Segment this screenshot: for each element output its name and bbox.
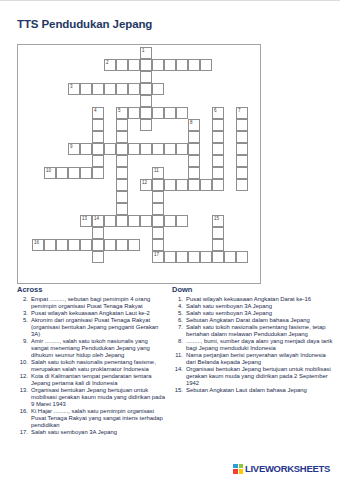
grid-cell[interactable] <box>116 239 128 251</box>
grid-cell[interactable] <box>104 239 116 251</box>
clue-text: Nama perjanjian berisi penyerahan wilaya… <box>186 352 334 366</box>
grid-cell[interactable] <box>212 227 224 239</box>
grid-cell[interactable] <box>176 59 188 71</box>
grid-cell[interactable] <box>212 239 224 251</box>
cell-number: 13 <box>82 216 87 221</box>
liveworksheets-logo-text: LIVEWORKSHEETS <box>245 463 330 474</box>
clue-text: Pusat wilayah kekuasaan Angkatan Laut ke… <box>31 310 167 317</box>
grid-cell[interactable] <box>140 119 152 131</box>
clue-text: Sebutan Angkatan Darat dalam bahasa Jepa… <box>186 317 334 324</box>
grid-cell[interactable] <box>212 155 224 167</box>
cell-number: 7 <box>238 108 241 113</box>
cell-number: 6 <box>214 108 217 113</box>
clue-number: 6. <box>172 317 186 324</box>
grid-cell[interactable] <box>128 107 140 119</box>
cell-number: 4 <box>94 108 97 113</box>
cell-number: 10 <box>46 168 51 173</box>
grid-cell[interactable]: 8 <box>188 119 200 131</box>
grid-cell[interactable] <box>152 143 164 155</box>
cell-number: 8 <box>190 120 193 125</box>
clue-text: Pusat wilayah kekuasaan Angkatan Darat k… <box>186 296 334 303</box>
grid-cell[interactable] <box>140 83 152 95</box>
grid-cell[interactable]: 6 <box>212 107 224 119</box>
grid-cell[interactable] <box>68 167 80 179</box>
clue-number: 8. <box>172 338 186 352</box>
grid-cell[interactable] <box>164 107 176 119</box>
grid-cell[interactable] <box>92 83 104 95</box>
grid-cell[interactable] <box>44 239 56 251</box>
grid-cell[interactable] <box>200 251 212 263</box>
clue-number: 16. <box>17 408 31 429</box>
clue-text: Organisasi bentukan Jepang bertujuan unt… <box>186 366 334 387</box>
clue-number: 11. <box>172 352 186 366</box>
clue-item: 15.Sebutan Angkatan Laut dalam bahasa Je… <box>172 387 334 394</box>
grid-cell[interactable]: 4 <box>92 107 104 119</box>
grid-cell[interactable]: 16 <box>32 239 44 251</box>
grid-cell[interactable] <box>164 59 176 71</box>
grid-cell[interactable] <box>164 215 176 227</box>
grid-cell[interactable] <box>116 119 128 131</box>
clue-number: 15. <box>172 387 186 394</box>
grid-cell[interactable]: 17 <box>152 251 164 263</box>
clue-item: 8.........., bumi, sumber daya alam yang… <box>172 338 334 352</box>
grid-cell[interactable]: 3 <box>68 83 80 95</box>
grid-cell[interactable] <box>140 95 152 107</box>
clue-number: 12. <box>17 373 31 387</box>
clue-number: 1. <box>172 296 186 303</box>
grid-cell[interactable] <box>164 143 176 155</box>
grid-cell[interactable] <box>116 155 128 167</box>
grid-cell[interactable]: 15 <box>212 215 224 227</box>
grid-cell[interactable] <box>236 119 248 131</box>
grid-cell[interactable] <box>104 215 116 227</box>
grid-cell[interactable] <box>152 239 164 251</box>
logo-square <box>239 469 244 474</box>
grid-cell[interactable] <box>116 59 128 71</box>
clue-item: 2.Empat ........., sebutan bagi pemimpin… <box>17 296 167 310</box>
grid-cell[interactable] <box>92 131 104 143</box>
grid-cell[interactable] <box>176 215 188 227</box>
clue-number: 7. <box>172 324 186 338</box>
grid-cell[interactable] <box>152 203 164 215</box>
grid-cell[interactable] <box>140 215 152 227</box>
grid-cell[interactable] <box>188 131 200 143</box>
clue-number: 5. <box>172 310 186 317</box>
grid-cell[interactable] <box>56 167 68 179</box>
grid-cell[interactable] <box>236 155 248 167</box>
grid-cell[interactable] <box>116 143 128 155</box>
grid-cell[interactable] <box>140 107 152 119</box>
clue-item: 10.Salah satu tokoh nasionalis penentang… <box>17 359 167 373</box>
cell-number: 2 <box>106 60 109 65</box>
across-heading: Across <box>17 285 42 294</box>
grid-cell[interactable] <box>176 251 188 263</box>
clue-item: 14.Organisasi bentukan Jepang bertujuan … <box>172 366 334 387</box>
grid-cell[interactable]: 2 <box>104 59 116 71</box>
grid-cell[interactable] <box>128 83 140 95</box>
grid-cell[interactable] <box>92 119 104 131</box>
grid-cell[interactable] <box>116 215 128 227</box>
clue-item: 7.Salah satu tokoh nasionalis penentang … <box>172 324 334 338</box>
across-clue-list: 2.Empat ........., sebutan bagi pemimpin… <box>17 296 167 436</box>
grid-cell[interactable] <box>152 59 164 71</box>
cell-number: 1 <box>142 48 145 53</box>
clue-item: 5.Akronim dari organisasi Pusat Tenaga R… <box>17 317 167 338</box>
clue-text: Ki Hajar ........., salah satu pemimpin … <box>31 408 167 429</box>
grid-cell[interactable] <box>116 83 128 95</box>
clue-text: Salah satu tokoh nasionalis penentang fa… <box>31 359 167 373</box>
cell-number: 15 <box>214 216 219 221</box>
grid-cell[interactable] <box>164 179 176 191</box>
clue-item: 4.Salah satu semboyan 3A Jepang <box>172 303 334 310</box>
grid-cell[interactable] <box>116 131 128 143</box>
grid-cell[interactable]: 7 <box>236 107 248 119</box>
liveworksheets-logo[interactable]: LIVEWORKSHEETS <box>233 463 330 474</box>
cell-number: 11 <box>154 168 159 173</box>
grid-cell[interactable] <box>56 239 68 251</box>
clue-text: Sebutan Angkatan Laut dalam bahasa Jepan… <box>186 387 334 394</box>
grid-cell[interactable]: 14 <box>92 215 104 227</box>
grid-cell[interactable] <box>188 167 200 179</box>
grid-cell[interactable] <box>92 239 104 251</box>
clue-item: 5.Salah satu semboyan 3A Jepang <box>172 310 334 317</box>
logo-square <box>233 464 238 469</box>
grid-cell[interactable] <box>152 83 164 95</box>
grid-cell[interactable] <box>212 167 224 179</box>
grid-cell[interactable] <box>92 167 104 179</box>
clue-text: Empat ........., sebutan bagi pemimpin 4… <box>31 296 167 310</box>
grid-cell[interactable] <box>116 203 128 215</box>
grid-cell[interactable] <box>224 251 236 263</box>
clue-item: 12.Kota di Kalimantan tempat pendaratan … <box>17 373 167 387</box>
grid-cell[interactable] <box>152 179 164 191</box>
grid-cell[interactable] <box>152 107 164 119</box>
grid-cell[interactable] <box>212 251 224 263</box>
grid-cell[interactable] <box>92 227 104 239</box>
grid-cell[interactable] <box>140 59 152 71</box>
clue-text: Salah satu semboyan 3A Jepang <box>186 303 334 310</box>
grid-cell[interactable] <box>140 143 152 155</box>
grid-cell[interactable] <box>80 239 92 251</box>
cell-number: 5 <box>118 108 121 113</box>
grid-cell[interactable]: 9 <box>68 143 80 155</box>
grid-cell[interactable]: 13 <box>80 215 92 227</box>
grid-cell[interactable] <box>104 83 116 95</box>
grid-cell[interactable] <box>212 119 224 131</box>
liveworksheets-grid-icon <box>233 464 243 474</box>
grid-cell[interactable] <box>176 143 188 155</box>
down-heading: Down <box>172 285 192 294</box>
grid-cell[interactable] <box>236 251 248 263</box>
grid-cell[interactable] <box>128 215 140 227</box>
grid-cell[interactable] <box>212 143 224 155</box>
grid-cell[interactable]: 1 <box>140 47 152 59</box>
crossword-grid: 1234567891011121314151617 <box>20 47 260 263</box>
cell-number: 14 <box>94 216 99 221</box>
cell-number: 12 <box>142 180 147 185</box>
grid-cell[interactable] <box>104 143 116 155</box>
grid-cell[interactable] <box>80 167 92 179</box>
grid-cell[interactable] <box>152 191 164 203</box>
clue-text: Organisasi bentukan Jepang bertujuan unt… <box>31 387 167 408</box>
clue-text: Salah satu semboyan 3A Jepang <box>186 310 334 317</box>
grid-cell[interactable] <box>200 179 212 191</box>
grid-cell[interactable] <box>212 131 224 143</box>
grid-cell[interactable]: 10 <box>44 167 56 179</box>
clue-item: 9.Amir ........., salah satu tokoh nasio… <box>17 338 167 359</box>
clue-item: 16.Ki Hajar ........., salah satu pemimp… <box>17 408 167 429</box>
clue-text: Salah satu tokoh nasionalis penentang fa… <box>186 324 334 338</box>
grid-cell[interactable] <box>212 179 224 191</box>
grid-cell[interactable] <box>140 71 152 83</box>
grid-cell[interactable] <box>188 251 200 263</box>
clue-number: 17. <box>17 429 31 436</box>
logo-square <box>233 469 238 474</box>
clue-number: 5. <box>17 317 31 338</box>
grid-cell[interactable] <box>116 191 128 203</box>
grid-cell[interactable] <box>128 59 140 71</box>
cell-number: 3 <box>70 84 73 89</box>
grid-cell[interactable] <box>92 143 104 155</box>
clue-text: Kota di Kalimantan tempat pendaratan ten… <box>31 373 167 387</box>
clue-text: Salah satu semboyan 3A Jepang <box>31 429 167 436</box>
clue-text: Akronim dari organisasi Pusat Tenaga Rak… <box>31 317 167 338</box>
crossword-grid-box: 1234567891011121314151617 <box>17 44 261 284</box>
grid-cell[interactable] <box>164 251 176 263</box>
clue-item: 13.Organisasi bentukan Jepang bertujuan … <box>17 387 167 408</box>
logo-square <box>239 464 244 469</box>
cell-number: 17 <box>154 252 159 257</box>
clue-item: 1.Pusat wilayah kekuasaan Angkatan Darat… <box>172 296 334 303</box>
page-title: TTS Pendudukan Jepang <box>17 18 152 30</box>
grid-cell[interactable] <box>188 143 200 155</box>
clue-number: 4. <box>172 303 186 310</box>
grid-cell[interactable]: 5 <box>116 107 128 119</box>
grid-cell[interactable] <box>92 155 104 167</box>
grid-cell[interactable] <box>236 131 248 143</box>
grid-cell[interactable] <box>80 83 92 95</box>
down-clue-list: 1.Pusat wilayah kekuasaan Angkatan Darat… <box>172 296 334 394</box>
clue-text: Amir ........., salah satu tokoh nasiona… <box>31 338 167 359</box>
clue-number: 2. <box>17 296 31 310</box>
clue-number: 9. <box>17 338 31 359</box>
grid-cell[interactable] <box>236 167 248 179</box>
clue-number: 10. <box>17 359 31 373</box>
grid-cell[interactable]: 12 <box>140 179 152 191</box>
grid-cell[interactable] <box>188 179 200 191</box>
grid-cell[interactable] <box>80 143 92 155</box>
cell-number: 9 <box>70 144 73 149</box>
grid-cell[interactable] <box>200 59 212 71</box>
clue-text: ........., bumi, sumber daya alam yang m… <box>186 338 334 352</box>
grid-cell[interactable] <box>68 239 80 251</box>
grid-cell[interactable] <box>188 59 200 71</box>
grid-cell[interactable] <box>176 107 188 119</box>
grid-cell[interactable] <box>152 227 164 239</box>
grid-cell[interactable] <box>92 251 104 263</box>
grid-cell[interactable]: 11 <box>152 167 164 179</box>
grid-cell[interactable] <box>128 239 140 251</box>
worksheet-page: { "page": { "title": "TTS Pendudukan Jep… <box>0 0 340 480</box>
grid-cell[interactable] <box>236 179 248 191</box>
clue-number: 13. <box>17 387 31 408</box>
clue-item: 11.Nama perjanjian berisi penyerahan wil… <box>172 352 334 366</box>
grid-cell[interactable] <box>116 167 128 179</box>
clue-item: 6.Sebutan Angkatan Darat dalam bahasa Je… <box>172 317 334 324</box>
cell-number: 16 <box>34 240 39 245</box>
grid-cell[interactable] <box>188 155 200 167</box>
clue-number: 14. <box>172 366 186 387</box>
grid-cell[interactable] <box>176 179 188 191</box>
grid-cell[interactable] <box>236 143 248 155</box>
clue-number: 3. <box>17 310 31 317</box>
clue-item: 17.Salah satu semboyan 3A Jepang <box>17 429 167 436</box>
grid-cell[interactable] <box>116 179 128 191</box>
grid-cell[interactable] <box>152 215 164 227</box>
clue-item: 3.Pusat wilayah kekuasaan Angkatan Laut … <box>17 310 167 317</box>
grid-cell[interactable] <box>128 143 140 155</box>
